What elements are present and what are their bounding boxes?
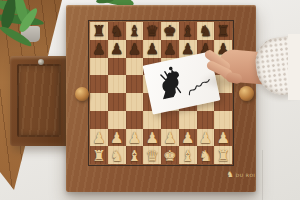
- white-knight: ♞: [110, 149, 123, 164]
- black-rook: ♜: [92, 24, 105, 39]
- square-b5: [108, 75, 126, 93]
- black-rook: ♜: [216, 24, 229, 39]
- brand-logo-text: DU ROI: [236, 173, 256, 178]
- white-pawn: ♟: [199, 131, 212, 146]
- square-c1: ♝: [126, 146, 144, 164]
- square-g1: ♞: [197, 146, 215, 164]
- square-g3: [197, 111, 215, 129]
- square-a5: [90, 75, 108, 93]
- black-knight: ♞: [199, 24, 212, 39]
- black-king: ♚: [163, 24, 176, 39]
- chess-set-photo: ♜♞♝♛♚♝♞♜♟♟♟♟♟♟♟♟♟♟♟♟♟♟♟♟♜♞♝♛♚♝♞♜ ♞ DU RO…: [0, 0, 300, 200]
- white-rook: ♜: [216, 149, 229, 164]
- square-b6: [108, 58, 126, 76]
- knight-logo-icon: ♞: [227, 171, 234, 179]
- square-c8: ♝: [126, 22, 144, 40]
- square-f2: ♟: [179, 129, 197, 147]
- white-queen: ♛: [145, 149, 158, 164]
- square-c6: [126, 58, 144, 76]
- square-a8: ♜: [90, 22, 108, 40]
- black-bishop: ♝: [128, 24, 141, 39]
- square-a1: ♜: [90, 146, 108, 164]
- black-pawn: ♟: [145, 42, 158, 57]
- square-h8: ♜: [214, 22, 232, 40]
- square-b4: [108, 93, 126, 111]
- chess-storage-box: [10, 56, 71, 146]
- white-king: ♚: [163, 149, 176, 164]
- black-pawn: ♟: [92, 42, 105, 57]
- square-d7: ♟: [143, 40, 161, 58]
- square-f1: ♝: [179, 146, 197, 164]
- black-pawn: ♟: [128, 42, 141, 57]
- square-c4: [126, 93, 144, 111]
- square-b8: ♞: [108, 22, 126, 40]
- white-pawn: ♟: [181, 131, 194, 146]
- board-side-knob-left: [75, 87, 89, 101]
- black-queen: ♛: [145, 24, 158, 39]
- white-knight: ♞: [199, 149, 212, 164]
- square-b7: ♟: [108, 40, 126, 58]
- square-e8: ♚: [161, 22, 179, 40]
- square-d1: ♛: [143, 146, 161, 164]
- square-e1: ♚: [161, 146, 179, 164]
- square-d2: ♟: [143, 129, 161, 147]
- square-h3: [214, 111, 232, 129]
- black-knight: ♞: [110, 24, 123, 39]
- backdrop-seam: [262, 150, 263, 200]
- square-f8: ♝: [179, 22, 197, 40]
- white-bishop: ♝: [128, 149, 141, 164]
- white-rook: ♜: [92, 149, 105, 164]
- square-c2: ♟: [126, 129, 144, 147]
- white-pawn: ♟: [145, 131, 158, 146]
- white-pawn: ♟: [163, 131, 176, 146]
- white-pawn: ♟: [110, 131, 123, 146]
- square-h2: ♟: [214, 129, 232, 147]
- black-bishop: ♝: [181, 24, 194, 39]
- square-b1: ♞: [108, 146, 126, 164]
- square-h1: ♜: [214, 146, 232, 164]
- black-pawn: ♟: [110, 42, 123, 57]
- square-c3: [126, 111, 144, 129]
- square-a3: [90, 111, 108, 129]
- knight-rider-illustration: [152, 64, 188, 103]
- square-a7: ♟: [90, 40, 108, 58]
- white-pawn: ♟: [128, 131, 141, 146]
- black-pawn: ♟: [163, 42, 176, 57]
- square-b2: ♟: [108, 129, 126, 147]
- square-g2: ♟: [197, 129, 215, 147]
- box-lid-panel: [17, 64, 61, 137]
- square-a6: [90, 58, 108, 76]
- white-pawn: ♟: [216, 131, 229, 146]
- square-e2: ♟: [161, 129, 179, 147]
- square-e7: ♟: [161, 40, 179, 58]
- square-d8: ♛: [143, 22, 161, 40]
- square-e3: [161, 111, 179, 129]
- square-f3: [179, 111, 197, 129]
- box-clasp: [38, 59, 44, 65]
- square-b3: [108, 111, 126, 129]
- white-bishop: ♝: [181, 149, 194, 164]
- square-g8: ♞: [197, 22, 215, 40]
- square-a2: ♟: [90, 129, 108, 147]
- white-pawn: ♟: [92, 131, 105, 146]
- square-c5: [126, 75, 144, 93]
- square-a4: [90, 93, 108, 111]
- square-c7: ♟: [126, 40, 144, 58]
- white-sleeve: [288, 34, 300, 100]
